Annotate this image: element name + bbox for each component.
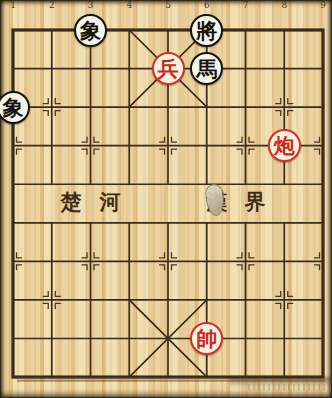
column-label-5: 5 [163, 0, 173, 11]
red-general-glyph: 帥 [196, 328, 217, 349]
column-label-3: 3 [86, 0, 96, 11]
black-elephant-glyph: 象 [80, 20, 101, 41]
black-horse-glyph: 馬 [196, 59, 217, 80]
black-general-piece[interactable]: 將 [190, 14, 223, 47]
column-label-4: 4 [124, 0, 134, 11]
column-label-9: 9 [318, 0, 328, 11]
red-general-piece[interactable]: 帥 [190, 322, 223, 355]
red-soldier-glyph: 兵 [158, 59, 179, 80]
river-char: 楚 [57, 189, 85, 215]
column-label-8: 8 [279, 0, 289, 11]
black-elephant-piece[interactable]: 象 [74, 14, 107, 47]
column-label-6: 6 [202, 0, 212, 11]
red-cannon-piece[interactable]: 炮 [268, 129, 301, 162]
red-soldier-piece[interactable]: 兵 [152, 52, 185, 85]
column-label-7: 7 [241, 0, 251, 11]
black-elephant-piece[interactable]: 象 [0, 91, 30, 124]
river-char: 界 [241, 189, 269, 215]
red-cannon-glyph: 炮 [274, 136, 295, 157]
xiangqi-board[interactable]: 123456789 楚河漢界 象將兵馬象炮帥 [0, 0, 332, 398]
black-elephant-glyph: 象 [3, 97, 24, 118]
black-general-glyph: 將 [196, 20, 217, 41]
column-label-1: 1 [8, 0, 18, 11]
river-char: 河 [96, 189, 124, 215]
column-label-2: 2 [47, 0, 57, 11]
watermark-smudge [248, 384, 330, 391]
